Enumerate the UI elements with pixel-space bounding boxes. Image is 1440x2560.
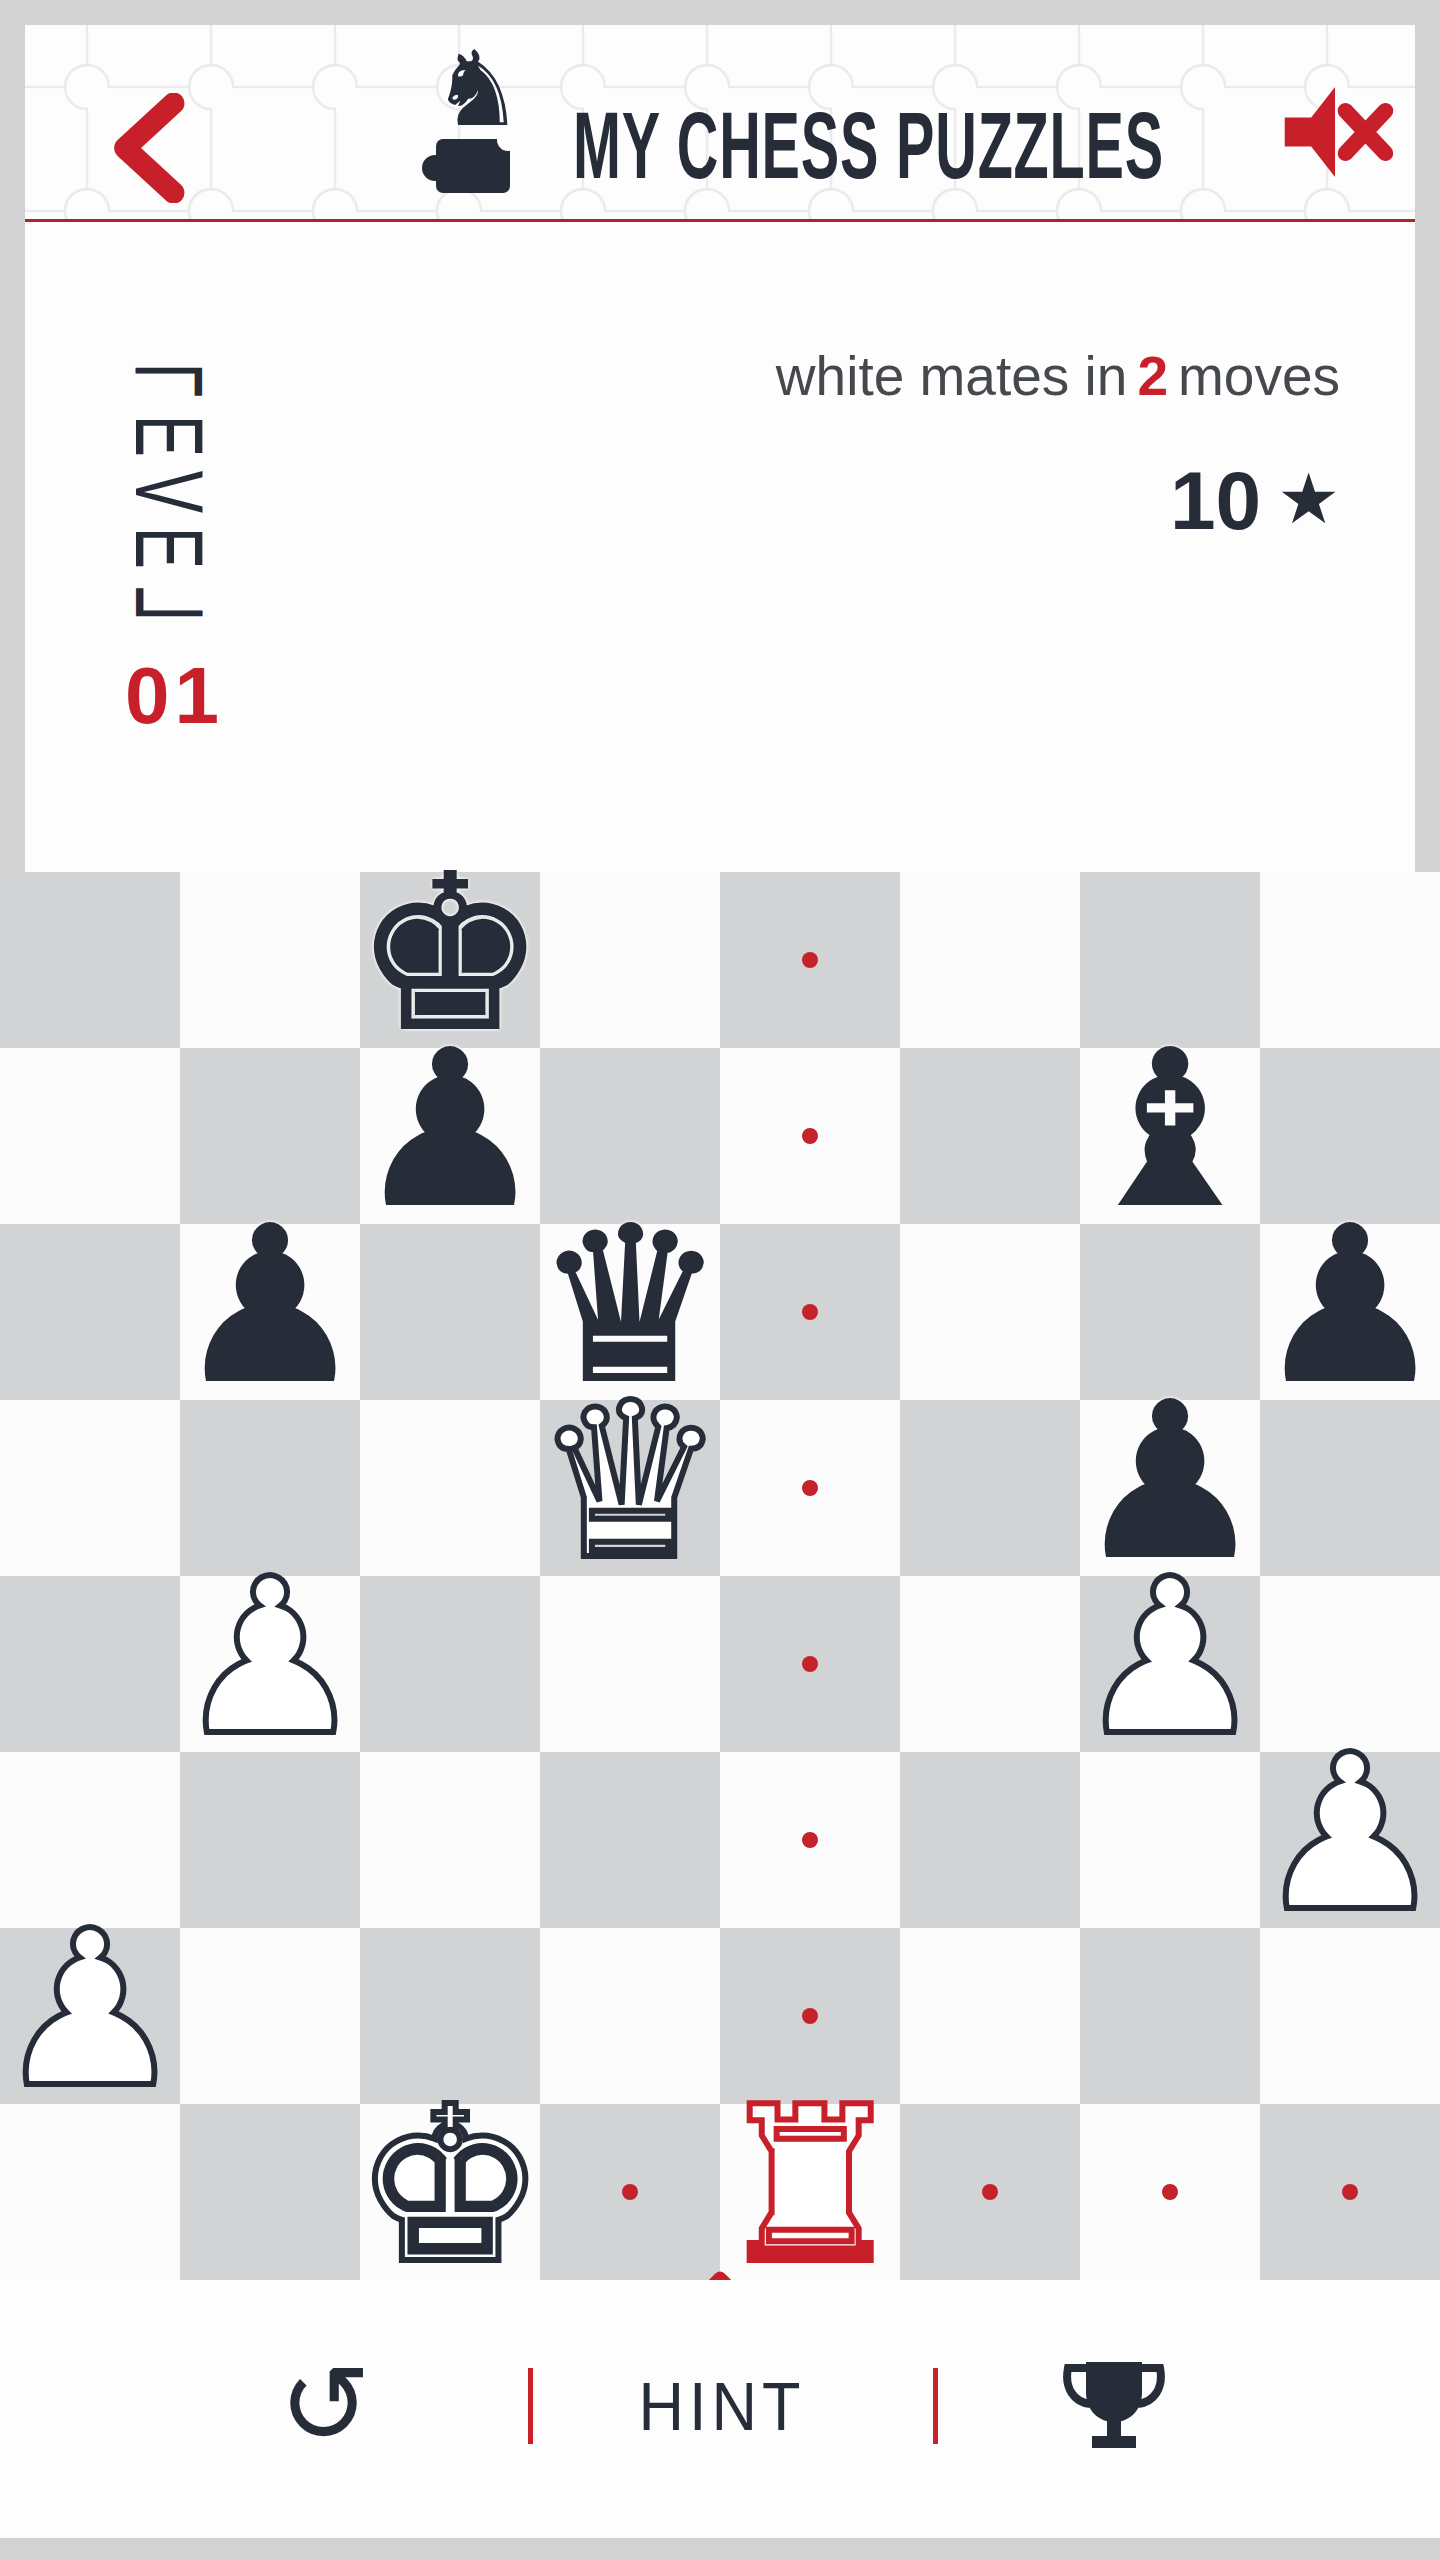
square-f8[interactable] [900, 872, 1080, 1048]
objective-prefix: white mates in [776, 345, 1128, 407]
square-b4[interactable]: ♟ [180, 1576, 360, 1752]
square-h6[interactable]: ♟ [1260, 1224, 1440, 1400]
square-c3[interactable] [360, 1752, 540, 1928]
square-f7[interactable] [900, 1048, 1080, 1224]
legal-move-dot[interactable] [802, 2008, 818, 2024]
piece-white-pawn[interactable]: ♟ [1260, 1746, 1440, 1922]
square-h2[interactable] [1260, 1928, 1440, 2104]
star-score: 10★ [1170, 454, 1340, 548]
square-g1[interactable] [1080, 2104, 1260, 2280]
piece-white-pawn[interactable]: ♟ [0, 1922, 180, 2098]
restart-button[interactable]: ↺ [263, 2330, 387, 2480]
piece-white-pawn[interactable]: ♟ [180, 1570, 360, 1746]
piece-white-rook-selected[interactable]: ♜ [720, 2098, 900, 2274]
back-button[interactable] [103, 93, 193, 203]
square-g2[interactable] [1080, 1928, 1260, 2104]
legal-move-dot[interactable] [1342, 2184, 1358, 2200]
square-e8[interactable] [720, 872, 900, 1048]
app-title: MY CHESS PUZZLES [573, 91, 1164, 199]
piece-white-queen[interactable]: ♛ [540, 1394, 720, 1570]
legal-move-dot[interactable] [802, 1656, 818, 1672]
star-count: 10 [1170, 455, 1261, 546]
square-h3[interactable]: ♟ [1260, 1752, 1440, 1928]
square-b3[interactable] [180, 1752, 360, 1928]
toolbar-divider [528, 2368, 533, 2444]
square-a5[interactable] [0, 1400, 180, 1576]
mute-x-icon [1346, 111, 1386, 153]
square-d5[interactable]: ♛ [540, 1400, 720, 1576]
chess-board: ♚♟♝♟♛♟♛♟♟♟♟♟♚♜ [0, 872, 1440, 2280]
bottom-toolbar: ↺ HINT [0, 2280, 1440, 2538]
square-e7[interactable] [720, 1048, 900, 1224]
app-logo: ♞ [431, 43, 526, 203]
objective-text: white mates in2moves [776, 344, 1340, 408]
level-label: LEVEL [117, 352, 221, 632]
objective-suffix: moves [1178, 345, 1340, 407]
mute-button[interactable] [1277, 87, 1397, 177]
square-c7[interactable]: ♟ [360, 1048, 540, 1224]
square-a1[interactable] [0, 2104, 180, 2280]
square-e5[interactable] [720, 1400, 900, 1576]
app-screen: ♞ MY CHESS PUZZLES LEVEL 01 white mates … [0, 0, 1440, 2560]
square-d8[interactable] [540, 872, 720, 1048]
square-e3[interactable] [720, 1752, 900, 1928]
trophy-button[interactable] [1062, 2358, 1166, 2450]
hint-button[interactable]: HINT [592, 2366, 852, 2445]
piece-white-king[interactable]: ♚ [360, 2098, 540, 2274]
square-b6[interactable]: ♟ [180, 1224, 360, 1400]
legal-move-dot[interactable] [982, 2184, 998, 2200]
star-icon: ★ [1277, 458, 1340, 540]
trophy-icon [1067, 2362, 1161, 2448]
objective-move-count: 2 [1137, 345, 1168, 407]
square-c5[interactable] [360, 1400, 540, 1576]
square-b1[interactable] [180, 2104, 360, 2280]
back-chevron-icon [125, 103, 174, 193]
square-c1[interactable]: ♚ [360, 2104, 540, 2280]
square-f2[interactable] [900, 1928, 1080, 2104]
legal-move-dot[interactable] [1162, 2184, 1178, 2200]
square-g3[interactable] [1080, 1752, 1260, 1928]
piece-black-pawn[interactable]: ♟ [180, 1218, 360, 1394]
square-f5[interactable] [900, 1400, 1080, 1576]
square-h1[interactable] [1260, 2104, 1440, 2280]
square-d2[interactable] [540, 1928, 720, 2104]
square-a4[interactable] [0, 1576, 180, 1752]
square-b2[interactable] [180, 1928, 360, 2104]
square-f1[interactable] [900, 2104, 1080, 2280]
square-e4[interactable] [720, 1576, 900, 1752]
legal-move-dot[interactable] [802, 952, 818, 968]
square-f4[interactable] [900, 1576, 1080, 1752]
square-e1[interactable]: ♜ [720, 2104, 900, 2280]
legal-move-dot[interactable] [802, 1128, 818, 1144]
square-g4[interactable]: ♟ [1080, 1576, 1260, 1752]
square-a7[interactable] [0, 1048, 180, 1224]
square-h5[interactable] [1260, 1400, 1440, 1576]
piece-white-pawn[interactable]: ♟ [1080, 1570, 1260, 1746]
square-g7[interactable]: ♝ [1080, 1048, 1260, 1224]
square-d1[interactable] [540, 2104, 720, 2280]
square-a2[interactable]: ♟ [0, 1928, 180, 2104]
piece-black-pawn[interactable]: ♟ [360, 1042, 540, 1218]
level-number: 01 [125, 650, 224, 742]
legal-move-dot[interactable] [802, 1480, 818, 1496]
level-letter: L [141, 570, 197, 639]
square-c6[interactable] [360, 1224, 540, 1400]
square-d3[interactable] [540, 1752, 720, 1928]
piece-black-bishop[interactable]: ♝ [1080, 1042, 1260, 1218]
square-f6[interactable] [900, 1224, 1080, 1400]
restart-icon: ↺ [279, 2341, 371, 2469]
square-e6[interactable] [720, 1224, 900, 1400]
square-h8[interactable] [1260, 872, 1440, 1048]
square-b8[interactable] [180, 872, 360, 1048]
piece-black-pawn[interactable]: ♟ [1260, 1218, 1440, 1394]
puzzle-socket [497, 129, 519, 151]
speaker-icon [1285, 87, 1335, 177]
square-d4[interactable] [540, 1576, 720, 1752]
level-panel: LEVEL 01 white mates in2moves 10★ [25, 222, 1415, 872]
toolbar-divider [933, 2368, 938, 2444]
legal-move-dot[interactable] [802, 1832, 818, 1848]
square-a8[interactable] [0, 872, 180, 1048]
header-bar: ♞ MY CHESS PUZZLES [25, 25, 1415, 222]
square-f3[interactable] [900, 1752, 1080, 1928]
square-c4[interactable] [360, 1576, 540, 1752]
legal-move-dot[interactable] [802, 1304, 818, 1320]
square-a6[interactable] [0, 1224, 180, 1400]
legal-move-dot[interactable] [622, 2184, 638, 2200]
